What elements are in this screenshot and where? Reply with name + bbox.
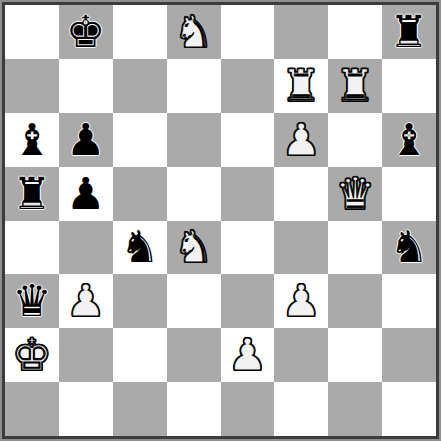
board-inner-border: ♚♞♜♜♜♝♟♟♝♜♟♛♞♞♞♛♟♟♚♟	[2, 2, 439, 439]
square-d8[interactable]: ♞	[167, 5, 221, 59]
square-a1[interactable]	[5, 382, 59, 436]
square-h8[interactable]: ♜	[382, 5, 436, 59]
square-d2[interactable]	[167, 328, 221, 382]
square-d4[interactable]: ♞	[167, 221, 221, 275]
square-a5[interactable]: ♜	[5, 167, 59, 221]
square-g8[interactable]	[328, 5, 382, 59]
square-f7[interactable]: ♜	[274, 59, 328, 113]
square-c2[interactable]	[113, 328, 167, 382]
square-b8[interactable]: ♚	[59, 5, 113, 59]
black-rook: ♜	[12, 172, 51, 216]
square-g4[interactable]	[328, 221, 382, 275]
white-pawn: ♟	[282, 118, 321, 162]
square-f5[interactable]	[274, 167, 328, 221]
square-f1[interactable]	[274, 382, 328, 436]
square-g1[interactable]	[328, 382, 382, 436]
black-knight: ♞	[389, 225, 428, 269]
black-queen: ♛	[12, 279, 51, 323]
square-b3[interactable]: ♟	[59, 274, 113, 328]
square-h6[interactable]: ♝	[382, 113, 436, 167]
square-h1[interactable]	[382, 382, 436, 436]
black-pawn: ♟	[66, 118, 105, 162]
square-e4[interactable]	[221, 221, 275, 275]
square-f3[interactable]: ♟	[274, 274, 328, 328]
square-e6[interactable]	[221, 113, 275, 167]
square-h2[interactable]	[382, 328, 436, 382]
black-pawn: ♟	[66, 172, 105, 216]
square-e1[interactable]	[221, 382, 275, 436]
square-f6[interactable]: ♟	[274, 113, 328, 167]
board-frame: ♚♞♜♜♜♝♟♟♝♜♟♛♞♞♞♛♟♟♚♟	[0, 0, 441, 441]
square-b6[interactable]: ♟	[59, 113, 113, 167]
square-f8[interactable]	[274, 5, 328, 59]
white-pawn: ♟	[228, 333, 267, 377]
square-c6[interactable]	[113, 113, 167, 167]
black-rook: ♜	[389, 10, 428, 54]
square-g3[interactable]	[328, 274, 382, 328]
square-e7[interactable]	[221, 59, 275, 113]
square-b2[interactable]	[59, 328, 113, 382]
square-a2[interactable]: ♚	[5, 328, 59, 382]
square-e8[interactable]	[221, 5, 275, 59]
square-e3[interactable]	[221, 274, 275, 328]
square-c1[interactable]	[113, 382, 167, 436]
square-d1[interactable]	[167, 382, 221, 436]
square-e2[interactable]: ♟	[221, 328, 275, 382]
black-knight: ♞	[120, 225, 159, 269]
square-b5[interactable]: ♟	[59, 167, 113, 221]
square-a3[interactable]: ♛	[5, 274, 59, 328]
square-d6[interactable]	[167, 113, 221, 167]
square-g7[interactable]: ♜	[328, 59, 382, 113]
square-d3[interactable]	[167, 274, 221, 328]
square-a4[interactable]	[5, 221, 59, 275]
chess-board: ♚♞♜♜♜♝♟♟♝♜♟♛♞♞♞♛♟♟♚♟	[5, 5, 436, 436]
square-a8[interactable]	[5, 5, 59, 59]
square-c4[interactable]: ♞	[113, 221, 167, 275]
square-b1[interactable]	[59, 382, 113, 436]
white-knight: ♞	[174, 10, 213, 54]
square-f4[interactable]	[274, 221, 328, 275]
white-king: ♚	[12, 333, 51, 377]
square-h5[interactable]	[382, 167, 436, 221]
white-knight: ♞	[174, 225, 213, 269]
square-h4[interactable]: ♞	[382, 221, 436, 275]
square-d7[interactable]	[167, 59, 221, 113]
square-g6[interactable]	[328, 113, 382, 167]
square-b7[interactable]	[59, 59, 113, 113]
square-g5[interactable]: ♛	[328, 167, 382, 221]
square-c8[interactable]	[113, 5, 167, 59]
square-d5[interactable]	[167, 167, 221, 221]
white-rook: ♜	[335, 64, 374, 108]
white-pawn: ♟	[282, 279, 321, 323]
square-b4[interactable]	[59, 221, 113, 275]
black-bishop: ♝	[389, 118, 428, 162]
white-rook: ♜	[282, 64, 321, 108]
square-f2[interactable]	[274, 328, 328, 382]
square-a7[interactable]	[5, 59, 59, 113]
square-g2[interactable]	[328, 328, 382, 382]
black-king: ♚	[66, 10, 105, 54]
square-a6[interactable]: ♝	[5, 113, 59, 167]
square-c7[interactable]	[113, 59, 167, 113]
white-pawn: ♟	[66, 279, 105, 323]
white-queen: ♛	[335, 172, 374, 216]
square-h7[interactable]	[382, 59, 436, 113]
square-e5[interactable]	[221, 167, 275, 221]
square-h3[interactable]	[382, 274, 436, 328]
square-c5[interactable]	[113, 167, 167, 221]
square-c3[interactable]	[113, 274, 167, 328]
black-bishop: ♝	[12, 118, 51, 162]
